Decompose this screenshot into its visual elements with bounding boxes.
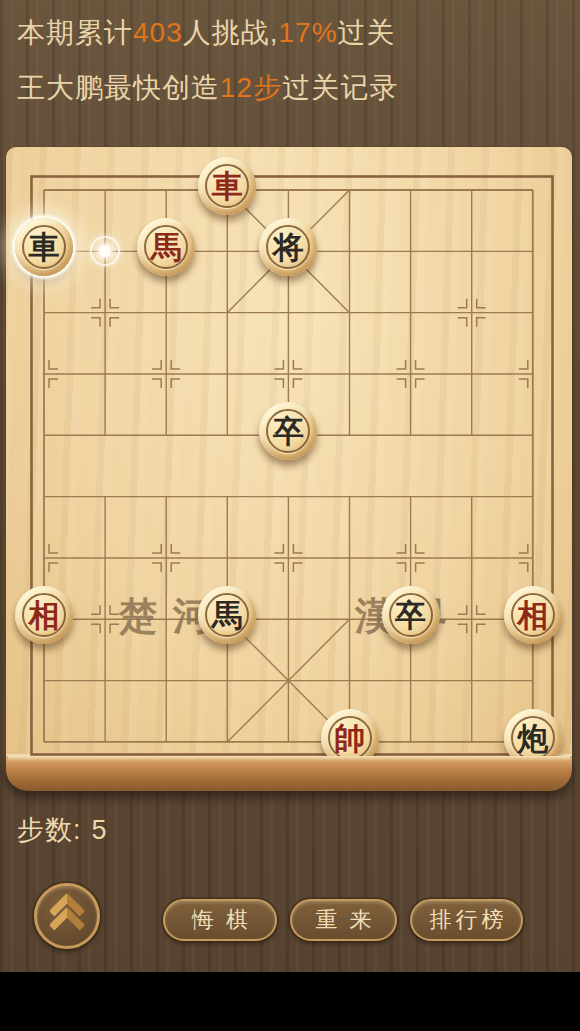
piece-glyph: 卒 [382, 586, 440, 644]
move-counter-label: 步数: [17, 815, 82, 845]
android-navbar: UCBUG 游戏网 .com [0, 972, 580, 1031]
piece-glyph: 相 [15, 586, 73, 644]
piece-black-r7c6[interactable]: 卒 [382, 586, 440, 644]
xiangqi-board[interactable]: 楚河 漢界 車車馬将卒相馬卒相帥炮 [6, 147, 572, 756]
piece-glyph: 卒 [259, 402, 317, 460]
record-steps: 12步 [220, 72, 282, 103]
move-counter: 步数:5 [17, 812, 108, 848]
record-stats-line2: 王大鹏最快创造12步过关记录 [17, 69, 577, 107]
piece-black-r1c0[interactable]: 車 [15, 218, 73, 276]
stats-text: 人挑战, [183, 17, 279, 48]
move-counter-value: 5 [92, 815, 108, 845]
piece-black-r7c3[interactable]: 馬 [198, 586, 256, 644]
piece-glyph: 将 [259, 218, 317, 276]
expand-button[interactable] [34, 883, 100, 949]
stats-text: 本期累计 [17, 17, 133, 48]
piece-glyph: 相 [504, 586, 562, 644]
undo-button[interactable]: 悔棋 [163, 899, 277, 941]
record-text: 王大鹏最快创造 [17, 72, 220, 103]
piece-black-r4c4[interactable]: 卒 [259, 402, 317, 460]
stats-challengers-count: 403 [133, 17, 183, 48]
piece-glyph: 馬 [137, 218, 195, 276]
piece-red-r0c3[interactable]: 車 [198, 157, 256, 215]
piece-red-r7c0[interactable]: 相 [15, 586, 73, 644]
piece-glyph: 車 [15, 218, 73, 276]
stats-text: 过关 [338, 17, 396, 48]
piece-red-r7c8[interactable]: 相 [504, 586, 562, 644]
piece-glyph: 車 [198, 157, 256, 215]
board-front-edge [6, 756, 572, 791]
leaderboard-button[interactable]: 排行榜 [410, 899, 523, 941]
record-text: 过关记录 [282, 72, 398, 103]
piece-glyph: 馬 [198, 586, 256, 644]
piece-red-r1c2[interactable]: 馬 [137, 218, 195, 276]
restart-button[interactable]: 重来 [290, 899, 397, 941]
stats-pass-rate: 17% [279, 17, 338, 48]
piece-black-r1c4[interactable]: 将 [259, 218, 317, 276]
challenge-stats-line1: 本期累计403人挑战,17%过关 [17, 14, 577, 52]
